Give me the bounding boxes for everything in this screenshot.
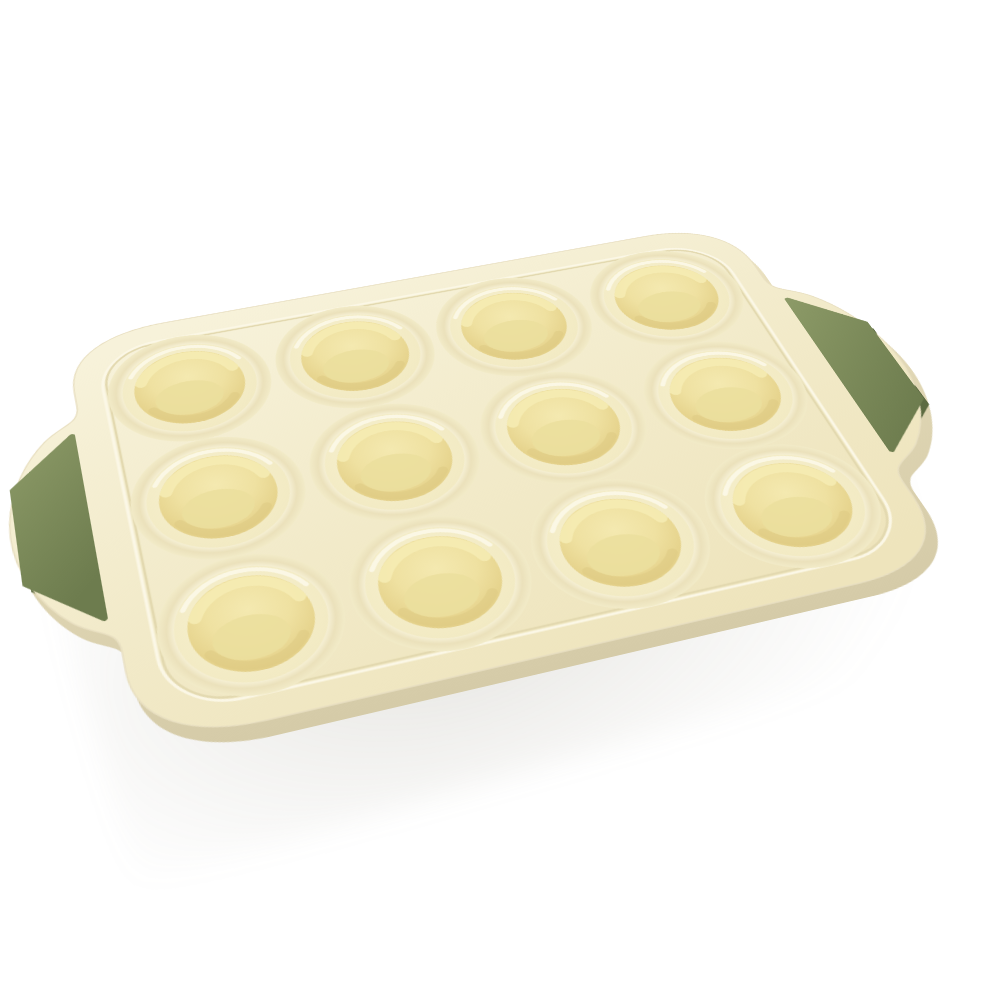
product-photo-canvas: Cream 12-cup silicone muffin baking pan … [0, 0, 1001, 1001]
